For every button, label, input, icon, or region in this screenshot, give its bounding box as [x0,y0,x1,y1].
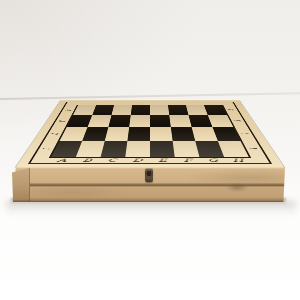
file-label-f: F [175,158,201,163]
file-label-d: D [125,158,150,163]
square-e1 [150,141,175,157]
square-e4 [150,105,169,115]
file-label-g: G [200,158,227,163]
square-c3 [108,115,130,127]
square-e3 [150,115,171,127]
file-label-h: H [224,158,251,163]
file-label-e: E [150,158,175,163]
square-d1 [125,141,150,157]
metal-clasp [145,168,153,182]
file-label-a: A [48,158,75,163]
rank-label-right-2: 2 [220,132,271,136]
rank-label-left-2: 2 [29,132,80,136]
square-d2 [127,127,150,141]
square-c4 [111,105,132,115]
rank-label-right-3: 3 [215,119,262,122]
rank-label-right-4: 4 [210,109,253,112]
rank-label-left-1: 1 [18,146,73,151]
file-labels: ABCDEFGH [48,158,252,163]
rank-label-left-3: 3 [39,119,86,122]
box-left-face [12,167,30,202]
square-c1 [101,141,128,157]
product-photo: ABCDEFGH 4321 4321 [0,0,300,300]
square-d3 [129,115,150,127]
file-label-b: B [74,158,101,163]
square-d4 [131,105,150,115]
square-e2 [150,127,173,141]
file-label-c: C [99,158,125,163]
rank-label-left-4: 4 [47,109,90,112]
square-c2 [105,127,129,141]
board-surface: ABCDEFGH 4321 4321 [16,100,284,167]
rank-label-right-1: 1 [226,146,281,151]
